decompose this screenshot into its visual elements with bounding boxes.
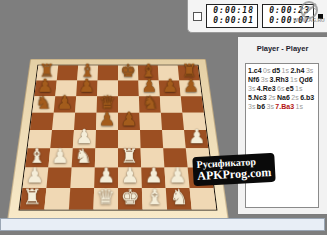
move-time: 2s [291, 94, 298, 101]
game-info-panel: Player - Player 1.c4 0s d5 1s 2.h4 3s Nf… [237, 36, 327, 215]
square-c7[interactable]: ♟ [76, 80, 97, 96]
white-pawn-b3[interactable]: ♟ [49, 145, 72, 168]
move-time: 3s [306, 67, 313, 74]
square-a6[interactable]: ♞ [32, 96, 55, 112]
chess-board[interactable]: ♜♝♚♝♜♟♟♟♟♟♞♟♛♞♟♟♟♟♝♟♞♜♟♟♟♟♟♜♛♚♝♞ [19, 65, 218, 211]
move-time: 6s [277, 85, 284, 92]
square-g1[interactable]: ♞ [166, 188, 192, 210]
white-clock-move: 0:00:01 [207, 16, 254, 26]
move-Nf6[interactable]: Nf6 [248, 76, 259, 83]
move-Qd6[interactable]: Qd6 [299, 76, 313, 83]
square-c3[interactable]: ♞ [72, 148, 96, 167]
square-b5[interactable] [52, 113, 75, 130]
move-time: 0s [263, 67, 270, 74]
square-e5[interactable]: ♟ [118, 113, 140, 130]
square-e8[interactable]: ♚ [118, 65, 138, 80]
square-f1[interactable]: ♝ [142, 188, 167, 210]
black-king-e8[interactable]: ♚ [118, 61, 138, 81]
square-g7[interactable]: ♟ [159, 80, 181, 96]
apkprog-watermark-line2: APKProg.com [197, 166, 272, 183]
square-h7[interactable]: ♟ [179, 80, 201, 96]
black-pawn-e5[interactable]: ♟ [118, 108, 140, 130]
move-time: 1s [282, 67, 289, 74]
square-c1[interactable] [69, 188, 94, 210]
clock-panel: 0:00:18 0:00:01 0:00:23 0:00:07 WWW.AG.R… [187, 0, 327, 33]
square-b8[interactable] [57, 65, 78, 80]
black-pawn-b6[interactable]: ♟ [54, 92, 75, 113]
white-pawn-h4[interactable]: ♟ [186, 126, 209, 149]
move-4.Re3[interactable]: 4.Re3 [257, 85, 276, 92]
black-pawn-c7[interactable]: ♟ [76, 76, 97, 97]
square-a5[interactable] [30, 113, 54, 130]
square-c2[interactable] [70, 168, 95, 188]
white-clock-total: 0:00:18 [207, 6, 254, 16]
square-f6[interactable]: ♞ [139, 96, 161, 112]
move-time: 1s [295, 85, 302, 92]
white-knight-c3[interactable]: ♞ [72, 145, 95, 168]
square-d1[interactable]: ♛ [93, 188, 118, 210]
square-e7[interactable] [118, 80, 139, 96]
black-knight-f6[interactable]: ♞ [139, 92, 160, 113]
move-e5[interactable]: e5 [286, 85, 294, 92]
move-time: 3s [248, 85, 255, 92]
square-d8[interactable] [98, 65, 118, 80]
square-b6[interactable]: ♟ [54, 96, 77, 112]
square-a1[interactable]: ♜ [20, 188, 47, 210]
move-time: 1s [295, 103, 302, 110]
white-king-e1[interactable]: ♚ [118, 185, 142, 209]
square-h4[interactable]: ♟ [184, 130, 208, 148]
move-d5[interactable]: d5 [272, 67, 280, 74]
white-knight-g1[interactable]: ♞ [167, 185, 191, 209]
square-b2[interactable] [46, 168, 71, 188]
move-time: 3s [248, 103, 255, 110]
move-time: 3s [261, 76, 268, 83]
move-time: 3s [266, 103, 273, 110]
move-2.h4[interactable]: 2.h4 [290, 67, 304, 74]
square-f5[interactable] [139, 113, 162, 130]
white-clock-display: 0:00:18 0:00:01 [206, 4, 258, 28]
move-1.c4[interactable]: 1.c4 [248, 67, 262, 74]
move-3.Rh3[interactable]: 3.Rh3 [270, 76, 289, 83]
status-bar [0, 218, 325, 231]
square-g5[interactable] [161, 113, 184, 130]
white-rook-a1[interactable]: ♜ [20, 185, 44, 209]
square-h6[interactable] [181, 96, 204, 112]
chess-app-window: ♜♝♚♝♜♟♟♟♟♟♞♟♛♞♟♟♟♟♝♟♞♜♟♟♟♟♟♜♛♚♝♞ 0:00:18… [0, 0, 327, 235]
move-b6[interactable]: b6 [257, 103, 265, 110]
move-time: 1s [290, 76, 297, 83]
black-knight-a6[interactable]: ♞ [32, 92, 53, 113]
agru-watermark-text: WWW.AG.RU [292, 17, 326, 23]
black-pawn-g7[interactable]: ♟ [160, 76, 181, 97]
board-frame: ♜♝♚♝♜♟♟♟♟♟♞♟♛♞♟♟♟♟♝♟♞♜♟♟♟♟♟♜♛♚♝♞ [7, 59, 229, 220]
white-bishop-f1[interactable]: ♝ [142, 185, 166, 209]
black-pawn-h7[interactable]: ♟ [181, 76, 202, 97]
square-c6[interactable] [75, 96, 97, 112]
square-g4[interactable] [162, 130, 186, 148]
move-Na6[interactable]: Na6 [277, 94, 290, 101]
black-pawn-d5[interactable]: ♟ [96, 108, 118, 130]
white-queen-d1[interactable]: ♛ [94, 185, 118, 209]
square-d5[interactable]: ♟ [96, 113, 118, 130]
move-time: 2s [268, 94, 275, 101]
move-7.Ba3[interactable]: 7.Ba3 [275, 103, 294, 110]
move-list[interactable]: 1.c4 0s d5 1s 2.h4 3s Nf6 3s 3.Rh3 1s Qd… [245, 63, 319, 208]
square-h1[interactable] [190, 188, 217, 210]
square-g6[interactable] [160, 96, 183, 112]
agru-watermark: WWW.AG.RU [292, 0, 326, 23]
apkprog-watermark: Русификатор APKProg.com [192, 153, 275, 186]
square-e1[interactable]: ♚ [118, 188, 143, 210]
players-title: Player - Player [238, 44, 327, 53]
square-b3[interactable]: ♟ [48, 148, 72, 167]
square-f4[interactable] [140, 130, 163, 148]
move-6.b3[interactable]: 6.b3 [300, 94, 314, 101]
square-d4[interactable] [95, 130, 118, 148]
clock-checkbox[interactable] [193, 12, 202, 21]
square-b1[interactable] [44, 188, 70, 210]
move-5.Nc3[interactable]: 5.Nc3 [248, 94, 267, 101]
